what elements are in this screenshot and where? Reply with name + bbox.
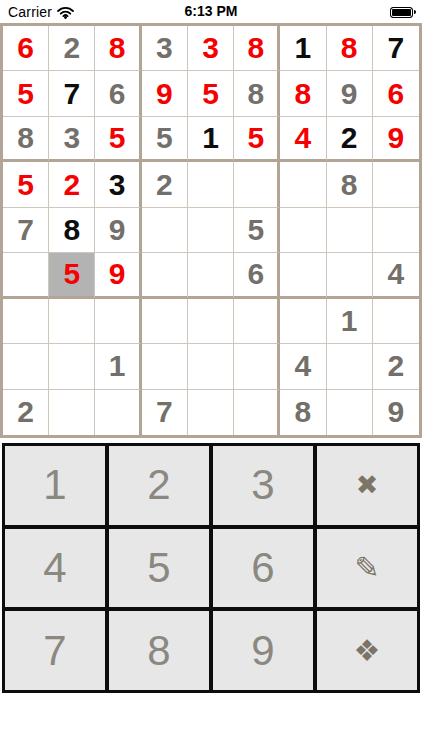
- cell-r4c5[interactable]: [188, 162, 234, 207]
- cell-r2c2[interactable]: 7: [49, 71, 95, 116]
- cell-r4c8[interactable]: 8: [327, 162, 373, 207]
- cell-r2c5[interactable]: 5: [188, 71, 234, 116]
- cell-r5c9[interactable]: [373, 208, 419, 253]
- cell-r1c1[interactable]: 6: [3, 26, 49, 71]
- cell-r4c1[interactable]: 5: [3, 162, 49, 207]
- cell-r8c7[interactable]: 4: [280, 344, 326, 389]
- cell-r3c4[interactable]: 5: [142, 117, 188, 162]
- cell-r3c8[interactable]: 2: [327, 117, 373, 162]
- cell-r3c3[interactable]: 5: [95, 117, 141, 162]
- cell-r9c7[interactable]: 8: [280, 390, 326, 435]
- keypad: 123✖456✎789❖: [2, 443, 420, 693]
- cell-r8c6[interactable]: [234, 344, 280, 389]
- cell-r4c6[interactable]: [234, 162, 280, 207]
- cell-r9c3[interactable]: [95, 390, 141, 435]
- cell-r9c9[interactable]: 9: [373, 390, 419, 435]
- cell-r4c3[interactable]: 3: [95, 162, 141, 207]
- cell-r3c6[interactable]: 5: [234, 117, 280, 162]
- cell-r5c7[interactable]: [280, 208, 326, 253]
- cell-r9c5[interactable]: [188, 390, 234, 435]
- key-2[interactable]: 2: [109, 446, 209, 525]
- cell-r1c8[interactable]: 8: [327, 26, 373, 71]
- cell-r3c7[interactable]: 4: [280, 117, 326, 162]
- cell-r2c1[interactable]: 5: [3, 71, 49, 116]
- key-4[interactable]: 4: [5, 529, 105, 608]
- cell-r8c3[interactable]: 1: [95, 344, 141, 389]
- key-6[interactable]: 6: [213, 529, 313, 608]
- cell-r1c9[interactable]: 7: [373, 26, 419, 71]
- status-bar: Carrier 6:13 PM: [0, 0, 422, 22]
- key-3[interactable]: 3: [213, 446, 313, 525]
- cell-r7c1[interactable]: [3, 299, 49, 344]
- cell-r6c8[interactable]: [327, 253, 373, 298]
- cell-r2c7[interactable]: 8: [280, 71, 326, 116]
- cell-r8c2[interactable]: [49, 344, 95, 389]
- cell-r1c5[interactable]: 3: [188, 26, 234, 71]
- cell-r2c9[interactable]: 6: [373, 71, 419, 116]
- key-7[interactable]: 7: [5, 611, 105, 690]
- cell-r1c7[interactable]: 1: [280, 26, 326, 71]
- key-1[interactable]: 1: [5, 446, 105, 525]
- cell-r3c5[interactable]: 1: [188, 117, 234, 162]
- cell-r5c4[interactable]: [142, 208, 188, 253]
- cell-r5c5[interactable]: [188, 208, 234, 253]
- cell-r5c6[interactable]: 5: [234, 208, 280, 253]
- cell-r1c6[interactable]: 8: [234, 26, 280, 71]
- cell-r1c4[interactable]: 3: [142, 26, 188, 71]
- cell-r1c3[interactable]: 8: [95, 26, 141, 71]
- sudoku-board: 6283381875769588968355154295232878955964…: [0, 23, 422, 438]
- cell-r7c4[interactable]: [142, 299, 188, 344]
- cell-r2c8[interactable]: 9: [327, 71, 373, 116]
- cell-r2c3[interactable]: 6: [95, 71, 141, 116]
- key-9[interactable]: 9: [213, 611, 313, 690]
- cell-r2c4[interactable]: 9: [142, 71, 188, 116]
- pencil-button[interactable]: ✎: [317, 529, 417, 608]
- cell-r9c4[interactable]: 7: [142, 390, 188, 435]
- cell-r3c1[interactable]: 8: [3, 117, 49, 162]
- moves-button[interactable]: ❖: [317, 611, 417, 690]
- cell-r6c5[interactable]: [188, 253, 234, 298]
- cell-r6c2[interactable]: 5: [49, 253, 95, 298]
- cell-r4c2[interactable]: 2: [49, 162, 95, 207]
- cell-r6c7[interactable]: [280, 253, 326, 298]
- cell-r2c6[interactable]: 8: [234, 71, 280, 116]
- cell-r5c8[interactable]: [327, 208, 373, 253]
- cell-r8c1[interactable]: [3, 344, 49, 389]
- cell-r4c7[interactable]: [280, 162, 326, 207]
- cell-r6c1[interactable]: [3, 253, 49, 298]
- cell-r3c9[interactable]: 9: [373, 117, 419, 162]
- cell-r5c1[interactable]: 7: [3, 208, 49, 253]
- cell-r4c4[interactable]: 2: [142, 162, 188, 207]
- time-label: 6:13 PM: [0, 3, 422, 19]
- key-8[interactable]: 8: [109, 611, 209, 690]
- cell-r6c3[interactable]: 9: [95, 253, 141, 298]
- cell-r7c8[interactable]: 1: [327, 299, 373, 344]
- cell-r7c2[interactable]: [49, 299, 95, 344]
- cell-r7c6[interactable]: [234, 299, 280, 344]
- cell-r4c9[interactable]: [373, 162, 419, 207]
- cell-r8c4[interactable]: [142, 344, 188, 389]
- cell-r5c3[interactable]: 9: [95, 208, 141, 253]
- cell-r1c2[interactable]: 2: [49, 26, 95, 71]
- cell-r8c8[interactable]: [327, 344, 373, 389]
- erase-button[interactable]: ✖: [317, 446, 417, 525]
- cell-r8c9[interactable]: 2: [373, 344, 419, 389]
- cell-r9c1[interactable]: 2: [3, 390, 49, 435]
- cell-r9c2[interactable]: [49, 390, 95, 435]
- cell-r8c5[interactable]: [188, 344, 234, 389]
- cell-r3c2[interactable]: 3: [49, 117, 95, 162]
- cell-r7c5[interactable]: [188, 299, 234, 344]
- cell-r9c6[interactable]: [234, 390, 280, 435]
- key-5[interactable]: 5: [109, 529, 209, 608]
- cell-r7c7[interactable]: [280, 299, 326, 344]
- cell-r6c6[interactable]: 6: [234, 253, 280, 298]
- cell-r6c4[interactable]: [142, 253, 188, 298]
- cell-r7c9[interactable]: [373, 299, 419, 344]
- cell-r9c8[interactable]: [327, 390, 373, 435]
- cell-r7c3[interactable]: [95, 299, 141, 344]
- cell-r6c9[interactable]: 4: [373, 253, 419, 298]
- cell-r5c2[interactable]: 8: [49, 208, 95, 253]
